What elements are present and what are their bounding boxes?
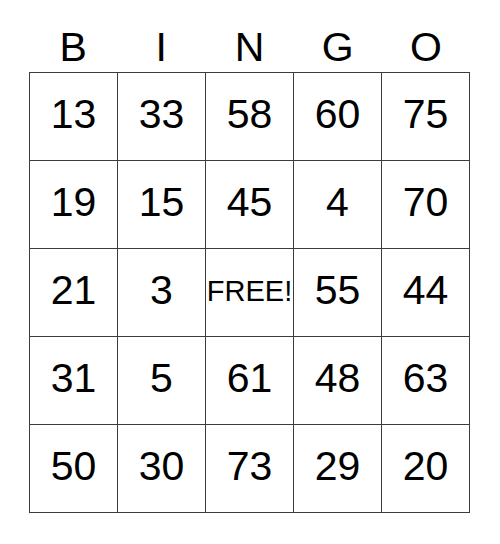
- free-cell[interactable]: FREE!: [206, 249, 293, 336]
- bingo-cell-r1c2[interactable]: 33: [118, 73, 205, 160]
- bingo-cell-r3c5[interactable]: 44: [382, 249, 469, 336]
- bingo-cell-r2c5[interactable]: 70: [382, 161, 469, 248]
- bingo-card: BINGO 1333586075191545470213FREE!5544315…: [29, 0, 470, 513]
- bingo-cell-r4c2[interactable]: 5: [118, 337, 205, 424]
- bingo-cell-r2c3[interactable]: 45: [206, 161, 293, 248]
- bingo-cell-r4c3[interactable]: 61: [206, 337, 293, 424]
- bingo-cell-r2c2[interactable]: 15: [118, 161, 205, 248]
- bingo-cell-r2c4[interactable]: 4: [294, 161, 381, 248]
- bingo-grid: 1333586075191545470213FREE!5544315614863…: [29, 72, 470, 513]
- bingo-header: BINGO: [29, 0, 470, 72]
- header-letter-i: I: [117, 27, 205, 72]
- bingo-cell-r1c4[interactable]: 60: [294, 73, 381, 160]
- bingo-cell-r3c4[interactable]: 55: [294, 249, 381, 336]
- bingo-cell-r5c5[interactable]: 20: [382, 425, 469, 512]
- bingo-cell-r5c2[interactable]: 30: [118, 425, 205, 512]
- bingo-cell-r5c4[interactable]: 29: [294, 425, 381, 512]
- header-letter-g: G: [294, 27, 382, 72]
- bingo-card-page: { "game": "bingo", "position": "13,33,58…: [0, 0, 500, 544]
- bingo-cell-r3c2[interactable]: 3: [118, 249, 205, 336]
- bingo-cell-r3c1[interactable]: 21: [30, 249, 117, 336]
- bingo-cell-r4c4[interactable]: 48: [294, 337, 381, 424]
- header-letter-n: N: [205, 27, 293, 72]
- bingo-cell-r4c5[interactable]: 63: [382, 337, 469, 424]
- bingo-cell-r5c1[interactable]: 50: [30, 425, 117, 512]
- bingo-cell-r2c1[interactable]: 19: [30, 161, 117, 248]
- bingo-cell-r1c5[interactable]: 75: [382, 73, 469, 160]
- bingo-cell-r1c1[interactable]: 13: [30, 73, 117, 160]
- header-letter-b: B: [29, 27, 117, 72]
- header-letter-o: O: [382, 27, 470, 72]
- bingo-cell-r4c1[interactable]: 31: [30, 337, 117, 424]
- bingo-cell-r1c3[interactable]: 58: [206, 73, 293, 160]
- bingo-cell-r5c3[interactable]: 73: [206, 425, 293, 512]
